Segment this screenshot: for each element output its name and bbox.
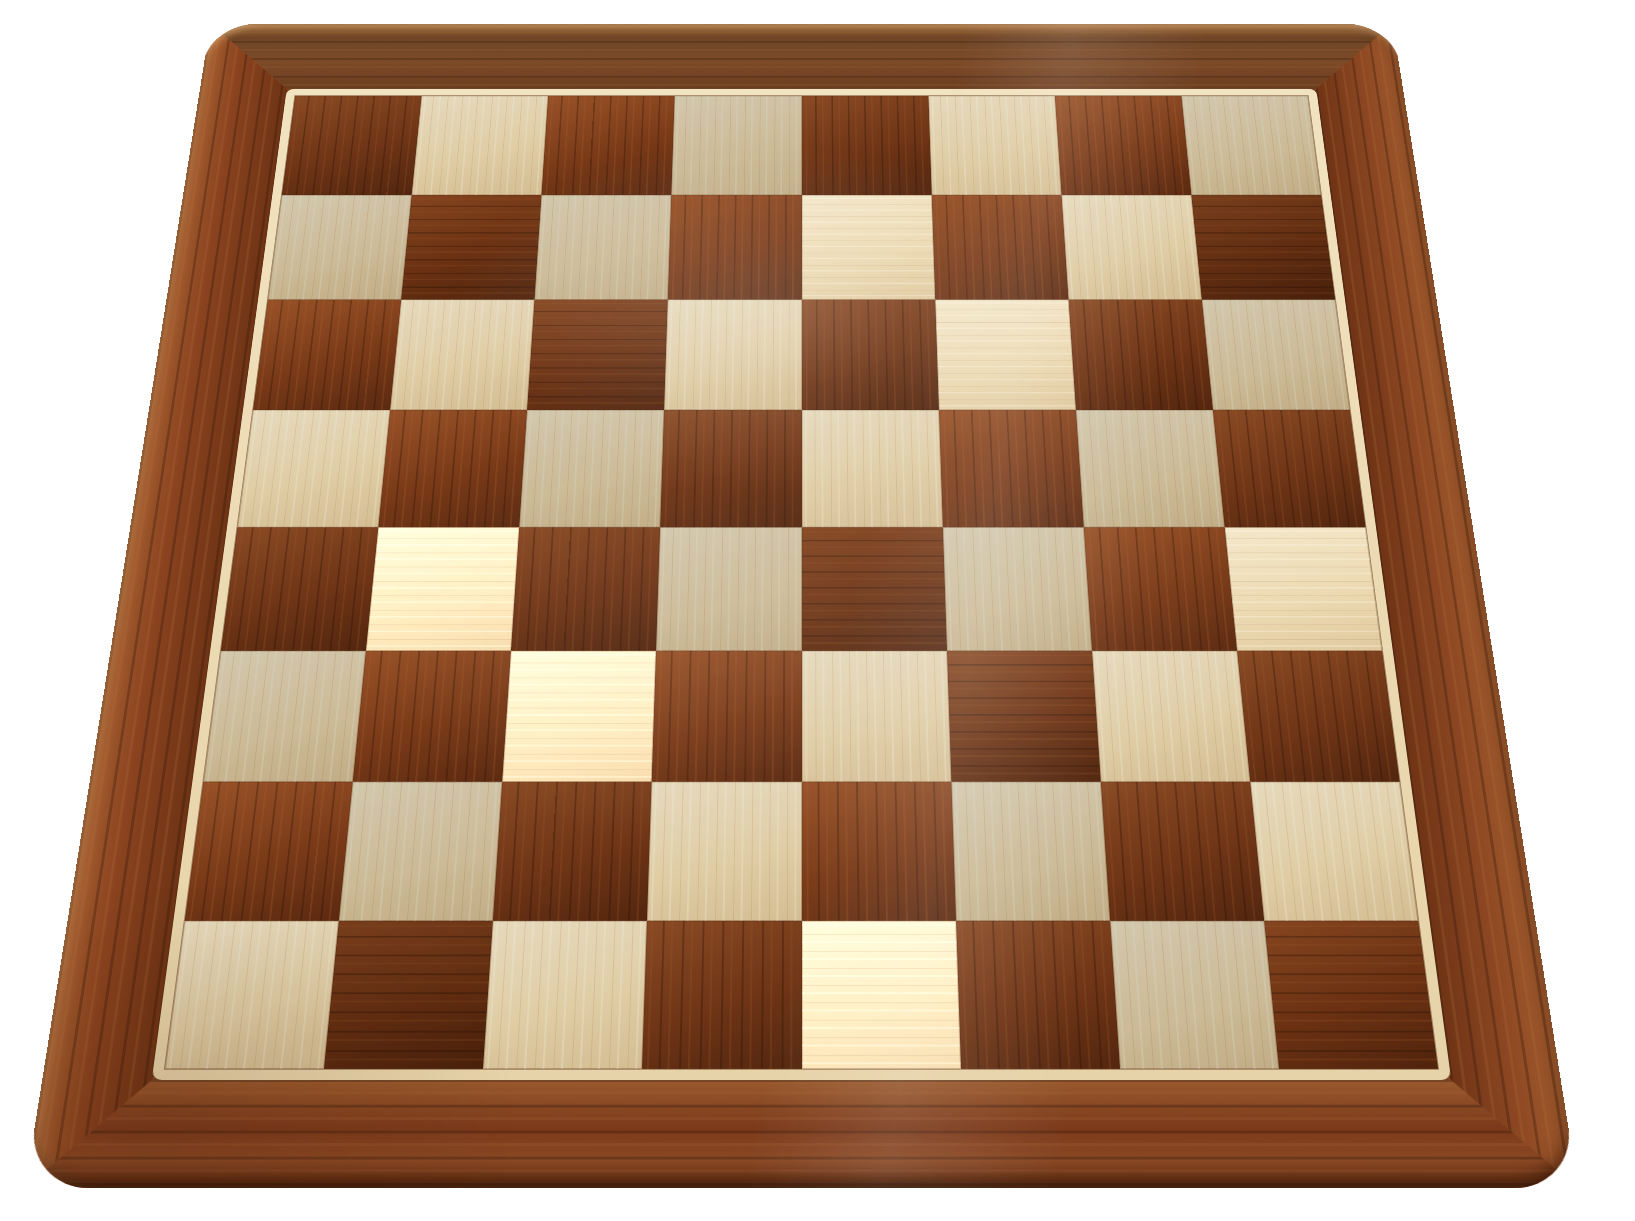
square-r7c7[interactable] [1264,921,1438,1069]
square-r4c7[interactable] [1225,527,1383,651]
square-r0c2[interactable] [542,96,675,195]
square-r0c1[interactable] [412,96,549,195]
square-r2c7[interactable] [1202,300,1350,410]
square-r5c2[interactable] [502,651,656,782]
board-frame-top [200,24,1403,90]
playing-area [165,96,1438,1069]
square-r7c1[interactable] [324,921,493,1069]
square-r2c3[interactable] [664,300,801,410]
square-r3c5[interactable] [939,410,1084,527]
square-r2c5[interactable] [935,300,1076,410]
square-r3c7[interactable] [1213,410,1366,527]
square-r6c6[interactable] [1101,782,1264,921]
square-r3c6[interactable] [1076,410,1225,527]
photo-white-background [0,0,1635,1221]
square-r5c5[interactable] [947,651,1101,782]
square-r1c5[interactable] [931,195,1068,300]
square-r0c3[interactable] [672,96,802,195]
square-r6c7[interactable] [1250,782,1418,921]
square-r4c0[interactable] [221,527,379,651]
square-r1c7[interactable] [1191,195,1335,300]
square-r3c3[interactable] [660,410,801,527]
square-r5c4[interactable] [802,651,952,782]
square-r2c1[interactable] [390,300,534,410]
square-r3c2[interactable] [519,410,664,527]
square-r7c5[interactable] [956,921,1120,1069]
square-r0c0[interactable] [282,96,422,195]
square-r2c0[interactable] [253,300,401,410]
square-r4c4[interactable] [802,527,947,651]
square-r0c6[interactable] [1055,96,1192,195]
square-r7c3[interactable] [642,921,801,1069]
square-r0c4[interactable] [802,96,932,195]
square-r2c6[interactable] [1068,300,1212,410]
square-r7c6[interactable] [1110,921,1279,1069]
square-r6c4[interactable] [802,782,956,921]
chess-board [25,24,1578,1188]
square-r7c0[interactable] [165,921,339,1069]
square-r2c4[interactable] [802,300,939,410]
square-r1c4[interactable] [802,195,935,300]
square-r4c2[interactable] [511,527,660,651]
square-r1c2[interactable] [535,195,672,300]
square-r1c6[interactable] [1061,195,1201,300]
board-frame-bottom [25,1079,1578,1188]
square-r5c1[interactable] [353,651,511,782]
square-r6c5[interactable] [951,782,1110,921]
square-r6c2[interactable] [493,782,652,921]
square-r1c1[interactable] [401,195,541,300]
square-r5c3[interactable] [652,651,802,782]
square-r3c0[interactable] [237,410,390,527]
square-r0c7[interactable] [1181,96,1321,195]
square-r7c4[interactable] [802,921,961,1069]
square-r4c1[interactable] [366,527,519,651]
square-r6c0[interactable] [185,782,353,921]
square-r1c0[interactable] [268,195,412,300]
square-r5c6[interactable] [1092,651,1250,782]
square-r4c5[interactable] [943,527,1092,651]
square-r6c3[interactable] [647,782,801,921]
square-r6c1[interactable] [339,782,502,921]
square-r7c2[interactable] [483,921,647,1069]
square-r0c5[interactable] [928,96,1061,195]
square-r4c3[interactable] [656,527,801,651]
square-r2c2[interactable] [527,300,668,410]
square-r3c4[interactable] [802,410,943,527]
square-r4c6[interactable] [1084,527,1237,651]
square-r5c7[interactable] [1237,651,1400,782]
square-r1c3[interactable] [668,195,801,300]
square-r5c0[interactable] [203,651,366,782]
square-r3c1[interactable] [378,410,527,527]
